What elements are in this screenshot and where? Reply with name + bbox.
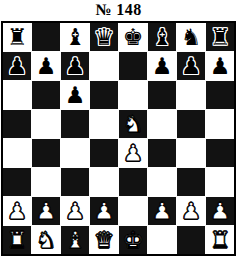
square-h6[interactable] (206, 81, 234, 109)
square-f5[interactable] (148, 110, 176, 138)
square-c7[interactable]: ♟ (61, 52, 89, 80)
square-f1[interactable] (148, 226, 176, 254)
square-g6[interactable] (177, 81, 205, 109)
square-a4[interactable] (3, 139, 31, 167)
square-a1[interactable]: ♜ (3, 226, 31, 254)
square-d1[interactable]: ♛ (90, 226, 118, 254)
square-g3[interactable] (177, 168, 205, 196)
square-d8[interactable]: ♛ (90, 23, 118, 51)
square-d3[interactable] (90, 168, 118, 196)
square-h2[interactable]: ♟ (206, 197, 234, 225)
piece-black-pawn: ♟ (181, 52, 202, 80)
square-g7[interactable]: ♟ (177, 52, 205, 80)
square-h7[interactable]: ♟ (206, 52, 234, 80)
square-b6[interactable] (32, 81, 60, 109)
piece-white-pawn: ♟ (181, 197, 202, 225)
square-g4[interactable] (177, 139, 205, 167)
square-b4[interactable] (32, 139, 60, 167)
piece-black-pawn: ♟ (210, 52, 231, 80)
square-a3[interactable] (3, 168, 31, 196)
square-e3[interactable] (119, 168, 147, 196)
piece-white-pawn: ♟ (65, 197, 86, 225)
square-e6[interactable] (119, 81, 147, 109)
square-d4[interactable] (90, 139, 118, 167)
square-e5[interactable]: ♞ (119, 110, 147, 138)
square-h1[interactable]: ♜ (206, 226, 234, 254)
square-f6[interactable] (148, 81, 176, 109)
piece-white-pawn: ♟ (7, 197, 28, 225)
piece-black-knight: ♞ (181, 23, 202, 51)
piece-black-pawn: ♟ (152, 52, 173, 80)
square-d6[interactable] (90, 81, 118, 109)
piece-white-pawn: ♟ (123, 139, 144, 167)
piece-black-pawn: ♟ (36, 52, 57, 80)
piece-black-rook: ♜ (7, 23, 28, 51)
square-f3[interactable] (148, 168, 176, 196)
piece-white-rook: ♜ (7, 226, 28, 254)
square-f7[interactable]: ♟ (148, 52, 176, 80)
square-e7[interactable] (119, 52, 147, 80)
board-wrapper: ♜♝♛♚♝♞♜♟♟♟♟♟♟♟♞♟♟♟♟♟♟♟♟♜♞♝♛♚♜ (1, 21, 236, 256)
square-e4[interactable]: ♟ (119, 139, 147, 167)
square-d5[interactable] (90, 110, 118, 138)
square-b1[interactable]: ♞ (32, 226, 60, 254)
piece-black-queen: ♛ (94, 23, 115, 51)
square-d7[interactable] (90, 52, 118, 80)
piece-white-knight: ♞ (123, 110, 144, 138)
piece-white-pawn: ♟ (152, 197, 173, 225)
square-c6[interactable]: ♟ (61, 81, 89, 109)
square-c8[interactable]: ♝ (61, 23, 89, 51)
square-a7[interactable]: ♟ (3, 52, 31, 80)
chess-board: ♜♝♛♚♝♞♜♟♟♟♟♟♟♟♞♟♟♟♟♟♟♟♟♜♞♝♛♚♜ (1, 21, 236, 256)
piece-white-rook: ♜ (210, 226, 231, 254)
square-a6[interactable] (3, 81, 31, 109)
piece-black-rook: ♜ (210, 23, 231, 51)
square-c1[interactable]: ♝ (61, 226, 89, 254)
square-e2[interactable] (119, 197, 147, 225)
square-d2[interactable]: ♟ (90, 197, 118, 225)
square-h8[interactable]: ♜ (206, 23, 234, 51)
square-g1[interactable] (177, 226, 205, 254)
square-b5[interactable] (32, 110, 60, 138)
square-a8[interactable]: ♜ (3, 23, 31, 51)
square-b2[interactable]: ♟ (32, 197, 60, 225)
square-g5[interactable] (177, 110, 205, 138)
square-a5[interactable] (3, 110, 31, 138)
square-e8[interactable]: ♚ (119, 23, 147, 51)
piece-white-pawn: ♟ (94, 197, 115, 225)
piece-black-bishop: ♝ (65, 23, 86, 51)
square-c2[interactable]: ♟ (61, 197, 89, 225)
square-b7[interactable]: ♟ (32, 52, 60, 80)
piece-black-bishop: ♝ (152, 23, 173, 51)
piece-black-king: ♚ (123, 23, 144, 51)
square-h5[interactable] (206, 110, 234, 138)
square-h4[interactable] (206, 139, 234, 167)
piece-black-pawn: ♟ (65, 52, 86, 80)
square-c3[interactable] (61, 168, 89, 196)
square-a2[interactable]: ♟ (3, 197, 31, 225)
piece-black-pawn: ♟ (65, 81, 86, 109)
square-b8[interactable] (32, 23, 60, 51)
piece-white-pawn: ♟ (36, 197, 57, 225)
square-h3[interactable] (206, 168, 234, 196)
square-c4[interactable] (61, 139, 89, 167)
square-f2[interactable]: ♟ (148, 197, 176, 225)
square-g8[interactable]: ♞ (177, 23, 205, 51)
piece-black-pawn: ♟ (7, 52, 28, 80)
piece-white-pawn: ♟ (210, 197, 231, 225)
square-b3[interactable] (32, 168, 60, 196)
piece-white-queen: ♛ (94, 226, 115, 254)
piece-white-bishop: ♝ (65, 226, 86, 254)
square-f4[interactable] (148, 139, 176, 167)
square-f8[interactable]: ♝ (148, 23, 176, 51)
piece-white-knight: ♞ (36, 226, 57, 254)
square-g2[interactable]: ♟ (177, 197, 205, 225)
piece-white-king: ♚ (123, 226, 144, 254)
square-e1[interactable]: ♚ (119, 226, 147, 254)
square-c5[interactable] (61, 110, 89, 138)
page-title: № 148 (0, 0, 237, 20)
